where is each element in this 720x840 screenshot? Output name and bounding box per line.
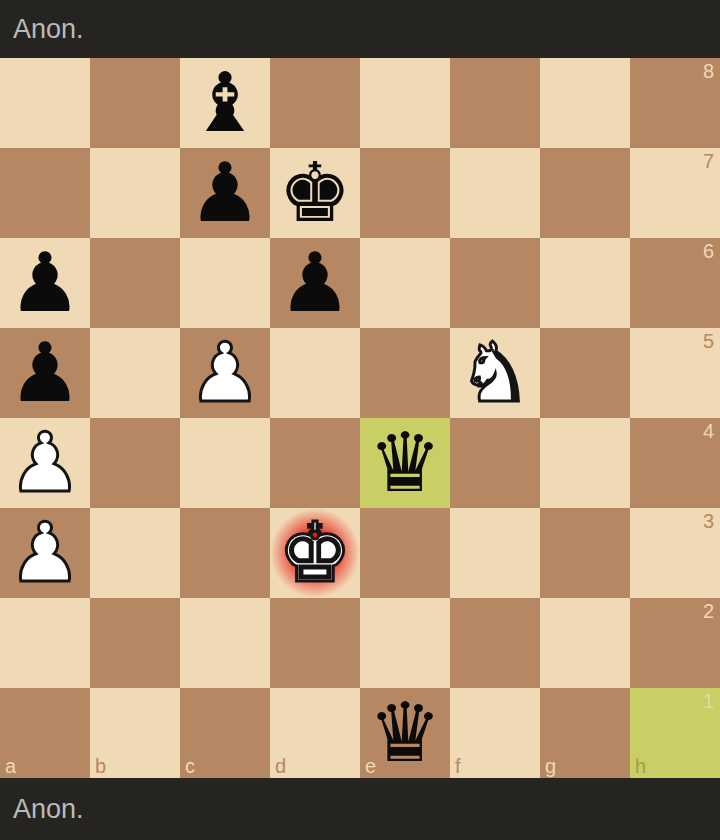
square-f4[interactable] — [450, 418, 540, 508]
square-e2[interactable] — [360, 598, 450, 688]
square-a3[interactable]: ♟ — [0, 508, 90, 598]
file-label-e: e — [365, 756, 376, 776]
square-d2[interactable] — [270, 598, 360, 688]
rank-label-8: 8 — [703, 61, 714, 81]
square-d1[interactable]: d — [270, 688, 360, 778]
black-bishop[interactable]: ♝ — [188, 58, 262, 148]
square-a2[interactable] — [0, 598, 90, 688]
square-c2[interactable] — [180, 598, 270, 688]
square-g1[interactable]: g — [540, 688, 630, 778]
square-f1[interactable]: f — [450, 688, 540, 778]
rank-label-4: 4 — [703, 421, 714, 441]
square-a1[interactable]: a — [0, 688, 90, 778]
square-g2[interactable] — [540, 598, 630, 688]
square-h5[interactable]: 5 — [630, 328, 720, 418]
square-e8[interactable] — [360, 58, 450, 148]
white-knight[interactable]: ♞ — [458, 328, 532, 418]
square-h7[interactable]: 7 — [630, 148, 720, 238]
square-f8[interactable] — [450, 58, 540, 148]
rank-label-5: 5 — [703, 331, 714, 351]
square-a4[interactable]: ♟ — [0, 418, 90, 508]
white-pawn[interactable]: ♟ — [188, 328, 262, 418]
square-h6[interactable]: 6 — [630, 238, 720, 328]
square-e3[interactable] — [360, 508, 450, 598]
black-queen[interactable]: ♛ — [368, 688, 442, 778]
square-a6[interactable]: ♟ — [0, 238, 90, 328]
square-c3[interactable] — [180, 508, 270, 598]
square-b5[interactable] — [90, 328, 180, 418]
square-b8[interactable] — [90, 58, 180, 148]
square-a8[interactable] — [0, 58, 90, 148]
square-c1[interactable]: c — [180, 688, 270, 778]
black-pawn[interactable]: ♟ — [8, 238, 82, 328]
square-h3[interactable]: 3 — [630, 508, 720, 598]
square-g7[interactable] — [540, 148, 630, 238]
black-pawn[interactable]: ♟ — [278, 238, 352, 328]
rank-label-6: 6 — [703, 241, 714, 261]
square-e7[interactable] — [360, 148, 450, 238]
white-king[interactable]: ♚ — [278, 508, 352, 598]
square-b4[interactable] — [90, 418, 180, 508]
rank-label-1: 1 — [703, 691, 714, 711]
square-b1[interactable]: b — [90, 688, 180, 778]
square-c6[interactable] — [180, 238, 270, 328]
rank-label-7: 7 — [703, 151, 714, 171]
square-d6[interactable]: ♟ — [270, 238, 360, 328]
black-queen[interactable]: ♛ — [368, 418, 442, 508]
square-c8[interactable]: ♝ — [180, 58, 270, 148]
square-f2[interactable] — [450, 598, 540, 688]
file-label-h: h — [635, 756, 646, 776]
square-g3[interactable] — [540, 508, 630, 598]
top-player-name: Anon. — [13, 16, 84, 43]
square-c4[interactable] — [180, 418, 270, 508]
square-e1[interactable]: ♛e — [360, 688, 450, 778]
file-label-g: g — [545, 756, 556, 776]
square-e5[interactable] — [360, 328, 450, 418]
square-b7[interactable] — [90, 148, 180, 238]
chess-board: ♝8♟♚7♟♟6♟♟♞5♟♛4♟♚32abcd♛efg1h — [0, 58, 720, 778]
square-f7[interactable] — [450, 148, 540, 238]
rank-label-2: 2 — [703, 601, 714, 621]
bottom-player-name: Anon. — [13, 796, 84, 823]
top-player-bar: Anon. — [0, 0, 720, 58]
white-pawn[interactable]: ♟ — [8, 508, 82, 598]
square-e6[interactable] — [360, 238, 450, 328]
file-label-b: b — [95, 756, 106, 776]
square-d5[interactable] — [270, 328, 360, 418]
square-d3[interactable]: ♚ — [270, 508, 360, 598]
black-pawn[interactable]: ♟ — [8, 328, 82, 418]
square-b6[interactable] — [90, 238, 180, 328]
black-king[interactable]: ♚ — [278, 148, 352, 238]
square-g5[interactable] — [540, 328, 630, 418]
square-d4[interactable] — [270, 418, 360, 508]
square-f3[interactable] — [450, 508, 540, 598]
square-f6[interactable] — [450, 238, 540, 328]
square-a5[interactable]: ♟ — [0, 328, 90, 418]
bottom-player-bar: Anon. — [0, 778, 720, 840]
square-b2[interactable] — [90, 598, 180, 688]
white-pawn[interactable]: ♟ — [8, 418, 82, 508]
file-label-d: d — [275, 756, 286, 776]
square-h1[interactable]: 1h — [630, 688, 720, 778]
square-g8[interactable] — [540, 58, 630, 148]
square-h8[interactable]: 8 — [630, 58, 720, 148]
square-d7[interactable]: ♚ — [270, 148, 360, 238]
square-a7[interactable] — [0, 148, 90, 238]
square-f5[interactable]: ♞ — [450, 328, 540, 418]
square-g6[interactable] — [540, 238, 630, 328]
file-label-f: f — [455, 756, 461, 776]
square-c5[interactable]: ♟ — [180, 328, 270, 418]
square-e4[interactable]: ♛ — [360, 418, 450, 508]
square-h4[interactable]: 4 — [630, 418, 720, 508]
file-label-a: a — [5, 756, 16, 776]
square-g4[interactable] — [540, 418, 630, 508]
black-pawn[interactable]: ♟ — [188, 148, 262, 238]
square-d8[interactable] — [270, 58, 360, 148]
square-c7[interactable]: ♟ — [180, 148, 270, 238]
square-b3[interactable] — [90, 508, 180, 598]
square-h2[interactable]: 2 — [630, 598, 720, 688]
rank-label-3: 3 — [703, 511, 714, 531]
file-label-c: c — [185, 756, 195, 776]
